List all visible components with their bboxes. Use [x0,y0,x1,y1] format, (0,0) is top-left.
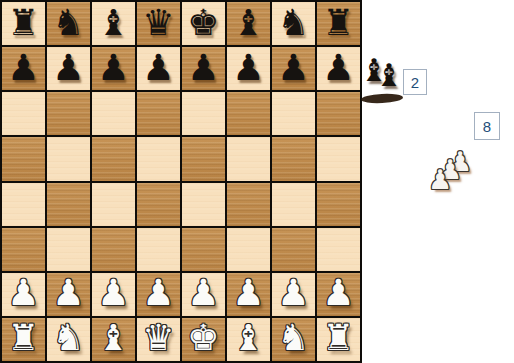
white-pawn-icon: ♟ [428,166,452,193]
square-a6[interactable] [2,92,45,135]
white-pawn[interactable]: ♟ [52,275,84,311]
square-a4[interactable] [2,183,45,226]
square-h2[interactable]: ♟ [317,273,360,316]
black-knight[interactable]: ♞ [277,5,309,41]
square-e8[interactable]: ♚ [182,2,225,45]
square-e1[interactable]: ♚ [182,318,225,361]
white-queen[interactable]: ♛ [142,320,174,356]
square-d1[interactable]: ♛ [137,318,180,361]
square-f5[interactable] [227,137,270,180]
square-b4[interactable] [47,183,90,226]
square-b1[interactable]: ♞ [47,318,90,361]
square-g4[interactable] [272,183,315,226]
square-b8[interactable]: ♞ [47,2,90,45]
square-g1[interactable]: ♞ [272,318,315,361]
square-c8[interactable]: ♝ [92,2,135,45]
square-a5[interactable] [2,137,45,180]
white-pawn[interactable]: ♟ [142,275,174,311]
bishop-count-box[interactable]: 2 [403,69,427,95]
square-c3[interactable] [92,228,135,271]
white-king[interactable]: ♚ [187,320,219,356]
square-b5[interactable] [47,137,90,180]
white-pawn[interactable]: ♟ [322,275,354,311]
square-a3[interactable] [2,228,45,271]
black-rook[interactable]: ♜ [322,5,354,41]
white-bishop[interactable]: ♝ [97,320,129,356]
black-king[interactable]: ♚ [187,5,219,41]
square-d2[interactable]: ♟ [137,273,180,316]
square-b7[interactable]: ♟ [47,47,90,90]
black-bishop-icon: ♝ [375,60,403,91]
square-f3[interactable] [227,228,270,271]
pawn-count-value: 8 [483,118,491,135]
square-f7[interactable]: ♟ [227,47,270,90]
black-bishop-pair-icon: ♝ ♝ [360,53,406,105]
square-g3[interactable] [272,228,315,271]
square-d5[interactable] [137,137,180,180]
square-f1[interactable]: ♝ [227,318,270,361]
square-c5[interactable] [92,137,135,180]
square-e5[interactable] [182,137,225,180]
square-d3[interactable] [137,228,180,271]
square-b3[interactable] [47,228,90,271]
square-b2[interactable]: ♟ [47,273,90,316]
white-pawn-trio-icon: ♟ ♟ ♟ [428,148,476,206]
black-pawn[interactable]: ♟ [277,50,309,86]
square-c6[interactable] [92,92,135,135]
shadow-blob [361,93,403,104]
square-g2[interactable]: ♟ [272,273,315,316]
white-pawn[interactable]: ♟ [187,275,219,311]
white-bishop[interactable]: ♝ [232,320,264,356]
square-h1[interactable]: ♜ [317,318,360,361]
bishop-count-value: 2 [411,74,419,91]
square-e2[interactable]: ♟ [182,273,225,316]
black-queen[interactable]: ♛ [142,5,174,41]
square-c2[interactable]: ♟ [92,273,135,316]
black-rook[interactable]: ♜ [7,5,39,41]
square-b6[interactable] [47,92,90,135]
square-g6[interactable] [272,92,315,135]
square-e7[interactable]: ♟ [182,47,225,90]
white-knight[interactable]: ♞ [277,320,309,356]
white-pawn[interactable]: ♟ [97,275,129,311]
square-h8[interactable]: ♜ [317,2,360,45]
black-pawn[interactable]: ♟ [97,50,129,86]
black-knight[interactable]: ♞ [52,5,84,41]
square-e3[interactable] [182,228,225,271]
square-c4[interactable] [92,183,135,226]
square-e4[interactable] [182,183,225,226]
black-pawn[interactable]: ♟ [232,50,264,86]
square-f8[interactable]: ♝ [227,2,270,45]
square-d6[interactable] [137,92,180,135]
square-a2[interactable]: ♟ [2,273,45,316]
white-rook[interactable]: ♜ [7,320,39,356]
black-bishop[interactable]: ♝ [97,5,129,41]
square-g5[interactable] [272,137,315,180]
square-d8[interactable]: ♛ [137,2,180,45]
board: ♜♞♝♛♚♝♞♜♟♟♟♟♟♟♟♟♟♟♟♟♟♟♟♟♜♞♝♛♚♝♞♜ [0,0,362,363]
square-f4[interactable] [227,183,270,226]
square-g8[interactable]: ♞ [272,2,315,45]
black-bishop[interactable]: ♝ [232,5,264,41]
black-pawn[interactable]: ♟ [52,50,84,86]
square-h5[interactable] [317,137,360,180]
white-rook[interactable]: ♜ [322,320,354,356]
square-c1[interactable]: ♝ [92,318,135,361]
square-e6[interactable] [182,92,225,135]
black-pawn[interactable]: ♟ [142,50,174,86]
black-pawn[interactable]: ♟ [322,50,354,86]
square-f2[interactable]: ♟ [227,273,270,316]
square-a1[interactable]: ♜ [2,318,45,361]
white-pawn[interactable]: ♟ [277,275,309,311]
square-h4[interactable] [317,183,360,226]
white-pawn[interactable]: ♟ [7,275,39,311]
pawn-count-box[interactable]: 8 [474,112,500,140]
chess-diagram: ♜♞♝♛♚♝♞♜♟♟♟♟♟♟♟♟♟♟♟♟♟♟♟♟♜♞♝♛♚♝♞♜ ♝ ♝ 2 ♟… [0,0,514,363]
square-d7[interactable]: ♟ [137,47,180,90]
square-a7[interactable]: ♟ [2,47,45,90]
black-pawn[interactable]: ♟ [187,50,219,86]
square-h7[interactable]: ♟ [317,47,360,90]
square-h6[interactable] [317,92,360,135]
square-g7[interactable]: ♟ [272,47,315,90]
square-d4[interactable] [137,183,180,226]
white-knight[interactable]: ♞ [52,320,84,356]
white-pawn[interactable]: ♟ [232,275,264,311]
square-f6[interactable] [227,92,270,135]
square-a8[interactable]: ♜ [2,2,45,45]
square-c7[interactable]: ♟ [92,47,135,90]
black-pawn[interactable]: ♟ [7,50,39,86]
square-h3[interactable] [317,228,360,271]
